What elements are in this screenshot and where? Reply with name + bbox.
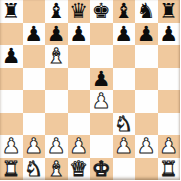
square-g2[interactable]: ♟ [135, 135, 158, 158]
square-f4[interactable] [113, 90, 136, 113]
white-pawn[interactable]: ♟ [114, 135, 133, 158]
square-d6[interactable] [68, 45, 91, 68]
square-d3[interactable] [68, 113, 91, 136]
black-rook[interactable]: ♜ [2, 0, 21, 23]
square-g5[interactable] [135, 68, 158, 91]
square-d2[interactable]: ♟ [68, 135, 91, 158]
white-rook[interactable]: ♜ [2, 158, 21, 181]
square-b8[interactable] [23, 0, 46, 23]
square-f6[interactable] [113, 45, 136, 68]
square-h4[interactable] [158, 90, 181, 113]
square-h1[interactable]: ♜ [158, 158, 181, 181]
black-king[interactable]: ♚ [92, 0, 111, 23]
square-a3[interactable] [0, 113, 23, 136]
black-pawn[interactable]: ♟ [92, 68, 111, 91]
black-knight[interactable]: ♞ [137, 0, 156, 23]
black-bishop[interactable]: ♝ [47, 0, 66, 23]
square-c3[interactable] [45, 113, 68, 136]
square-c6[interactable]: ♝ [45, 45, 68, 68]
black-pawn[interactable]: ♟ [69, 23, 88, 46]
square-a5[interactable] [0, 68, 23, 91]
square-c7[interactable]: ♟ [45, 23, 68, 46]
square-d1[interactable]: ♛ [68, 158, 91, 181]
chess-board: ♜♝♛♚♝♞♜♟♟♟♟♟♟♟♝♟♟♞♟♟♟♟♟♟♟♜♞♝♛♚♜ [0, 0, 180, 180]
square-b6[interactable] [23, 45, 46, 68]
black-bishop[interactable]: ♝ [114, 0, 133, 23]
square-h6[interactable] [158, 45, 181, 68]
square-b5[interactable] [23, 68, 46, 91]
square-d8[interactable]: ♛ [68, 0, 91, 23]
square-c2[interactable]: ♟ [45, 135, 68, 158]
square-b3[interactable] [23, 113, 46, 136]
square-g3[interactable] [135, 113, 158, 136]
black-pawn[interactable]: ♟ [2, 45, 21, 68]
white-pawn[interactable]: ♟ [159, 135, 178, 158]
white-queen[interactable]: ♛ [69, 158, 88, 181]
square-b2[interactable]: ♟ [23, 135, 46, 158]
square-h5[interactable] [158, 68, 181, 91]
square-g1[interactable] [135, 158, 158, 181]
square-e1[interactable]: ♚ [90, 158, 113, 181]
square-f1[interactable] [113, 158, 136, 181]
square-a8[interactable]: ♜ [0, 0, 23, 23]
black-pawn[interactable]: ♟ [114, 23, 133, 46]
square-c1[interactable]: ♝ [45, 158, 68, 181]
square-e5[interactable]: ♟ [90, 68, 113, 91]
black-pawn[interactable]: ♟ [137, 23, 156, 46]
white-knight[interactable]: ♞ [24, 158, 43, 181]
black-pawn[interactable]: ♟ [47, 23, 66, 46]
square-f3[interactable]: ♞ [113, 113, 136, 136]
square-g8[interactable]: ♞ [135, 0, 158, 23]
square-h3[interactable] [158, 113, 181, 136]
white-pawn[interactable]: ♟ [24, 135, 43, 158]
square-h7[interactable]: ♟ [158, 23, 181, 46]
square-c8[interactable]: ♝ [45, 0, 68, 23]
white-king[interactable]: ♚ [92, 158, 111, 181]
black-queen[interactable]: ♛ [69, 0, 88, 23]
square-b1[interactable]: ♞ [23, 158, 46, 181]
square-e3[interactable] [90, 113, 113, 136]
square-a6[interactable]: ♟ [0, 45, 23, 68]
black-pawn[interactable]: ♟ [159, 23, 178, 46]
square-a2[interactable]: ♟ [0, 135, 23, 158]
white-pawn[interactable]: ♟ [47, 135, 66, 158]
white-knight[interactable]: ♞ [114, 113, 133, 136]
black-rook[interactable]: ♜ [159, 0, 178, 23]
square-f8[interactable]: ♝ [113, 0, 136, 23]
square-f2[interactable]: ♟ [113, 135, 136, 158]
square-h8[interactable]: ♜ [158, 0, 181, 23]
square-e8[interactable]: ♚ [90, 0, 113, 23]
square-c4[interactable] [45, 90, 68, 113]
white-bishop[interactable]: ♝ [47, 45, 66, 68]
square-e2[interactable] [90, 135, 113, 158]
square-d7[interactable]: ♟ [68, 23, 91, 46]
square-e6[interactable] [90, 45, 113, 68]
white-rook[interactable]: ♜ [159, 158, 178, 181]
square-a4[interactable] [0, 90, 23, 113]
white-pawn[interactable]: ♟ [2, 135, 21, 158]
square-e7[interactable] [90, 23, 113, 46]
square-d5[interactable] [68, 68, 91, 91]
square-f5[interactable] [113, 68, 136, 91]
white-pawn[interactable]: ♟ [137, 135, 156, 158]
black-pawn[interactable]: ♟ [24, 23, 43, 46]
square-e4[interactable]: ♟ [90, 90, 113, 113]
square-a1[interactable]: ♜ [0, 158, 23, 181]
square-c5[interactable] [45, 68, 68, 91]
white-pawn[interactable]: ♟ [92, 90, 111, 113]
square-g7[interactable]: ♟ [135, 23, 158, 46]
square-b4[interactable] [23, 90, 46, 113]
square-f7[interactable]: ♟ [113, 23, 136, 46]
square-d4[interactable] [68, 90, 91, 113]
square-b7[interactable]: ♟ [23, 23, 46, 46]
square-a7[interactable] [0, 23, 23, 46]
square-h2[interactable]: ♟ [158, 135, 181, 158]
white-pawn[interactable]: ♟ [69, 135, 88, 158]
square-g4[interactable] [135, 90, 158, 113]
white-bishop[interactable]: ♝ [47, 158, 66, 181]
square-g6[interactable] [135, 45, 158, 68]
